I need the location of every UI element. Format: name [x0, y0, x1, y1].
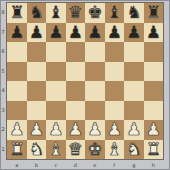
- file-label-h: h: [144, 161, 164, 169]
- square-d8[interactable]: ♛: [66, 3, 86, 23]
- file-label-e: e: [85, 161, 105, 169]
- square-f1[interactable]: ♝: [105, 140, 125, 160]
- square-a5[interactable]: [7, 62, 27, 82]
- square-c1[interactable]: ♝: [46, 140, 66, 160]
- square-c7[interactable]: ♟: [46, 23, 66, 43]
- square-c3[interactable]: [46, 101, 66, 121]
- square-h8[interactable]: ♜: [144, 3, 164, 23]
- square-g2[interactable]: ♟: [124, 120, 144, 140]
- square-c8[interactable]: ♝: [46, 3, 66, 23]
- piece-black-knight-b8[interactable]: ♞: [29, 3, 44, 22]
- square-a2[interactable]: ♟: [7, 120, 27, 140]
- file-labels: abcdefgh: [7, 161, 163, 169]
- square-f7[interactable]: ♟: [105, 23, 125, 43]
- square-e1[interactable]: ♚: [85, 140, 105, 160]
- square-d4[interactable]: [66, 81, 86, 101]
- file-label-g: g: [124, 161, 144, 169]
- piece-white-pawn-d2[interactable]: ♟: [68, 120, 83, 139]
- piece-black-pawn-c7[interactable]: ♟: [48, 23, 63, 42]
- square-h1[interactable]: ♜: [144, 140, 164, 160]
- piece-black-pawn-a7[interactable]: ♟: [9, 23, 24, 42]
- square-a7[interactable]: ♟: [7, 23, 27, 43]
- piece-white-pawn-c2[interactable]: ♟: [48, 120, 63, 139]
- file-label-a: a: [7, 161, 27, 169]
- square-g6[interactable]: [124, 42, 144, 62]
- piece-white-knight-b1[interactable]: ♞: [29, 140, 44, 159]
- piece-black-pawn-f7[interactable]: ♟: [107, 23, 122, 42]
- square-e6[interactable]: [85, 42, 105, 62]
- square-c2[interactable]: ♟: [46, 120, 66, 140]
- file-label-f: f: [105, 161, 125, 169]
- square-d2[interactable]: ♟: [66, 120, 86, 140]
- square-c5[interactable]: [46, 62, 66, 82]
- square-h5[interactable]: [144, 62, 164, 82]
- square-d7[interactable]: ♟: [66, 23, 86, 43]
- square-a1[interactable]: ♜: [7, 140, 27, 160]
- piece-white-pawn-e2[interactable]: ♟: [87, 120, 102, 139]
- square-b1[interactable]: ♞: [27, 140, 47, 160]
- square-d6[interactable]: [66, 42, 86, 62]
- square-d3[interactable]: [66, 101, 86, 121]
- chess-board: ♜♞♝♛♚♝♞♜♟♟♟♟♟♟♟♟♟♟♟♟♟♟♟♟♜♞♝♛♚♝♞♜: [6, 2, 164, 160]
- square-d5[interactable]: [66, 62, 86, 82]
- square-h6[interactable]: [144, 42, 164, 62]
- piece-black-pawn-e7[interactable]: ♟: [87, 23, 102, 42]
- square-b5[interactable]: [27, 62, 47, 82]
- piece-white-rook-a1[interactable]: ♜: [9, 140, 24, 159]
- square-f3[interactable]: [105, 101, 125, 121]
- file-label-c: c: [46, 161, 66, 169]
- square-c6[interactable]: [46, 42, 66, 62]
- piece-white-queen-d1[interactable]: ♛: [68, 140, 83, 159]
- piece-black-pawn-h7[interactable]: ♟: [146, 23, 161, 42]
- square-b8[interactable]: ♞: [27, 3, 47, 23]
- square-e4[interactable]: [85, 81, 105, 101]
- square-h2[interactable]: ♟: [144, 120, 164, 140]
- square-a8[interactable]: ♜: [7, 3, 27, 23]
- square-b6[interactable]: [27, 42, 47, 62]
- piece-white-pawn-g2[interactable]: ♟: [126, 120, 141, 139]
- square-e5[interactable]: [85, 62, 105, 82]
- piece-white-pawn-a2[interactable]: ♟: [9, 120, 24, 139]
- piece-white-bishop-c1[interactable]: ♝: [48, 140, 63, 159]
- square-g7[interactable]: ♟: [124, 23, 144, 43]
- piece-black-rook-h8[interactable]: ♜: [146, 3, 161, 22]
- piece-white-pawn-f2[interactable]: ♟: [107, 120, 122, 139]
- square-g8[interactable]: ♞: [124, 3, 144, 23]
- square-b4[interactable]: [27, 81, 47, 101]
- piece-black-queen-d8[interactable]: ♛: [68, 3, 83, 22]
- square-c4[interactable]: [46, 81, 66, 101]
- square-h4[interactable]: [144, 81, 164, 101]
- square-e2[interactable]: ♟: [85, 120, 105, 140]
- square-b2[interactable]: ♟: [27, 120, 47, 140]
- piece-black-rook-a8[interactable]: ♜: [9, 3, 24, 22]
- piece-black-pawn-g7[interactable]: ♟: [126, 23, 141, 42]
- piece-white-pawn-b2[interactable]: ♟: [29, 120, 44, 139]
- square-e3[interactable]: [85, 101, 105, 121]
- piece-white-king-e1[interactable]: ♚: [87, 140, 102, 159]
- piece-black-pawn-b7[interactable]: ♟: [29, 23, 44, 42]
- file-label-d: d: [66, 161, 86, 169]
- piece-white-bishop-f1[interactable]: ♝: [107, 140, 122, 159]
- piece-black-bishop-c8[interactable]: ♝: [48, 3, 63, 22]
- square-f4[interactable]: [105, 81, 125, 101]
- square-a6[interactable]: [7, 42, 27, 62]
- square-g5[interactable]: [124, 62, 144, 82]
- square-a4[interactable]: [7, 81, 27, 101]
- piece-black-bishop-f8[interactable]: ♝: [107, 3, 122, 22]
- square-f8[interactable]: ♝: [105, 3, 125, 23]
- square-f2[interactable]: ♟: [105, 120, 125, 140]
- square-b7[interactable]: ♟: [27, 23, 47, 43]
- square-g4[interactable]: [124, 81, 144, 101]
- square-e7[interactable]: ♟: [85, 23, 105, 43]
- square-d1[interactable]: ♛: [66, 140, 86, 160]
- piece-white-rook-h1[interactable]: ♜: [146, 140, 161, 159]
- square-f6[interactable]: [105, 42, 125, 62]
- square-b3[interactable]: [27, 101, 47, 121]
- square-e8[interactable]: ♚: [85, 3, 105, 23]
- file-label-b: b: [27, 161, 47, 169]
- piece-white-knight-g1[interactable]: ♞: [126, 140, 141, 159]
- piece-black-pawn-d7[interactable]: ♟: [68, 23, 83, 42]
- square-h7[interactable]: ♟: [144, 23, 164, 43]
- square-g1[interactable]: ♞: [124, 140, 144, 160]
- piece-black-king-e8[interactable]: ♚: [87, 3, 102, 22]
- piece-black-knight-g8[interactable]: ♞: [126, 3, 141, 22]
- piece-white-pawn-h2[interactable]: ♟: [146, 120, 161, 139]
- square-g3[interactable]: [124, 101, 144, 121]
- square-f5[interactable]: [105, 62, 125, 82]
- chessboard-frame: 87654321 abcdefgh ♜♞♝♛♚♝♞♜♟♟♟♟♟♟♟♟♟♟♟♟♟♟…: [0, 0, 170, 170]
- square-a3[interactable]: [7, 101, 27, 121]
- square-h3[interactable]: [144, 101, 164, 121]
